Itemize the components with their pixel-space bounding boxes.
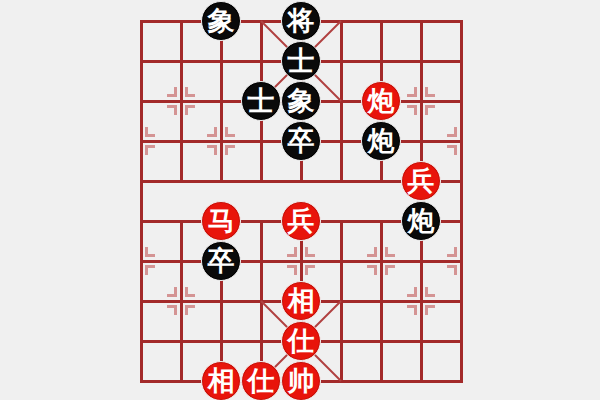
board-intersection: 卒 [281, 121, 321, 161]
board-intersection: 兵 [281, 201, 321, 241]
board-intersection: 炮 [361, 121, 401, 161]
piece-black-elephant[interactable]: 象 [281, 81, 321, 121]
board-intersection: 士 [281, 41, 321, 81]
xiangqi-board-screen: 象将士士象炮卒炮兵马兵炮卒相仕相仕帅 [0, 0, 600, 400]
piece-red-pawn[interactable]: 兵 [281, 201, 321, 241]
piece-black-advisor[interactable]: 士 [241, 81, 281, 121]
pieces-layer: 象将士士象炮卒炮兵马兵炮卒相仕相仕帅 [121, 1, 481, 400]
piece-black-cannon[interactable]: 炮 [401, 201, 441, 241]
piece-red-advisor[interactable]: 仕 [241, 361, 281, 400]
board-intersection: 士 [241, 81, 281, 121]
board-intersection: 卒 [201, 241, 241, 281]
board-intersection: 帅 [281, 361, 321, 400]
piece-black-advisor[interactable]: 士 [281, 41, 321, 81]
board-intersection: 相 [201, 361, 241, 400]
piece-red-elephant[interactable]: 相 [201, 361, 241, 400]
piece-black-elephant[interactable]: 象 [201, 1, 241, 41]
piece-red-general[interactable]: 帅 [281, 361, 321, 400]
piece-red-advisor[interactable]: 仕 [281, 321, 321, 361]
piece-red-elephant[interactable]: 相 [281, 281, 321, 321]
piece-red-pawn[interactable]: 兵 [401, 161, 441, 201]
board-intersection: 仕 [241, 361, 281, 400]
piece-black-pawn[interactable]: 卒 [201, 241, 241, 281]
board-intersection: 兵 [401, 161, 441, 201]
board-intersection: 马 [201, 201, 241, 241]
board-intersection: 炮 [361, 81, 401, 121]
board-intersection: 相 [281, 281, 321, 321]
board-intersection: 象 [281, 81, 321, 121]
board-intersection: 将 [281, 1, 321, 41]
piece-red-cannon[interactable]: 炮 [361, 81, 401, 121]
piece-red-horse[interactable]: 马 [201, 201, 241, 241]
board-intersection: 象 [201, 1, 241, 41]
piece-black-cannon[interactable]: 炮 [361, 121, 401, 161]
xiangqi-board[interactable]: 象将士士象炮卒炮兵马兵炮卒相仕相仕帅 [0, 0, 600, 400]
board-intersection: 仕 [281, 321, 321, 361]
board-intersection: 炮 [401, 201, 441, 241]
piece-black-pawn[interactable]: 卒 [281, 121, 321, 161]
piece-black-general[interactable]: 将 [281, 1, 321, 41]
